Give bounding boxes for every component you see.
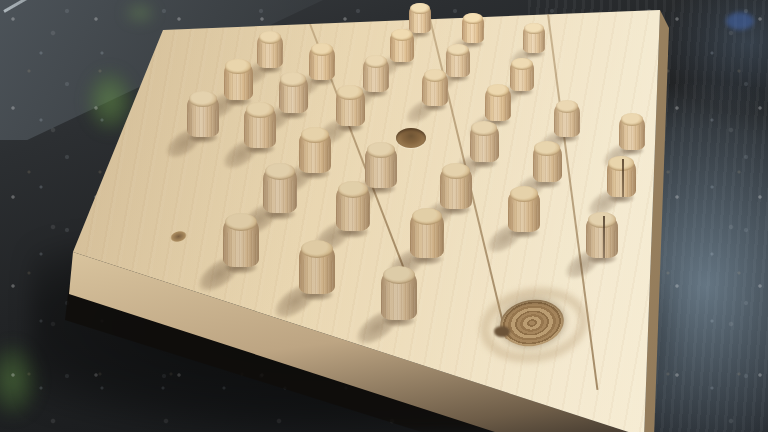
peg-r3c3[interactable]: [363, 56, 389, 92]
peg-flutes: [363, 65, 389, 92]
peg-flutes: [554, 110, 580, 137]
peg-r2c3[interactable]: [390, 29, 414, 62]
peg-top-face: [391, 29, 412, 41]
peg-top-face: [471, 121, 497, 136]
peg-flutes: [224, 70, 253, 100]
peg-flutes: [440, 176, 472, 209]
peg-crack: [622, 159, 624, 197]
peg-top-face: [280, 72, 306, 87]
peg-r1c4[interactable]: [462, 13, 484, 43]
peg-flutes: [470, 132, 499, 162]
peg-flutes: [187, 104, 219, 137]
peg-flutes: [446, 53, 470, 77]
peg-flutes: [279, 83, 308, 113]
peg-r6c3[interactable]: [263, 164, 297, 213]
peg-flutes: [462, 21, 484, 43]
peg-flutes: [508, 199, 540, 232]
peg-flutes: [309, 53, 335, 80]
peg-top-face: [447, 44, 468, 56]
peg-flutes: [336, 194, 370, 231]
peg-r6c5[interactable]: [410, 209, 444, 258]
peg-flutes: [365, 155, 397, 188]
wood-knot-blemish: [494, 326, 510, 337]
peg-flutes: [299, 254, 335, 294]
peg-r2c4[interactable]: [446, 44, 470, 77]
peg-r1c3[interactable]: [409, 3, 431, 33]
peg-r7c5[interactable]: [381, 267, 417, 320]
peg-flutes: [299, 140, 331, 173]
peg-flutes: [409, 11, 431, 33]
peg-top-face: [524, 23, 543, 34]
peg-r4c1[interactable]: [224, 60, 253, 100]
peg-r4c6[interactable]: [533, 142, 562, 182]
peg-r4c2[interactable]: [279, 73, 308, 113]
peg-r3c4[interactable]: [422, 70, 448, 106]
peg-r5c1[interactable]: [187, 92, 219, 137]
peg-flutes: [410, 221, 444, 258]
peg-top-face: [225, 59, 251, 74]
peg-crack: [603, 216, 605, 258]
peg-flutes: [390, 38, 414, 62]
peg-r5c4[interactable]: [365, 143, 397, 188]
peg-top-face: [337, 85, 363, 100]
peg-r3c6[interactable]: [554, 101, 580, 137]
peg-r7c4[interactable]: [299, 241, 335, 294]
peg-r5c7[interactable]: [586, 213, 618, 258]
peg-r4c3[interactable]: [336, 86, 365, 126]
peg-top-face: [511, 58, 532, 70]
peg-r5c6[interactable]: [508, 187, 540, 232]
peg-flutes: [485, 94, 511, 121]
peg-flutes: [422, 79, 448, 106]
peg-top-face: [410, 3, 429, 14]
peg-r3c2[interactable]: [309, 44, 335, 80]
peg-flutes: [381, 280, 417, 320]
peg-flutes: [263, 176, 297, 213]
peg-flutes: [533, 152, 562, 182]
peg-flutes: [244, 115, 276, 148]
peg-r4c7[interactable]: [607, 157, 636, 197]
peg-r7c3[interactable]: [223, 214, 259, 267]
peg-flutes: [257, 41, 283, 68]
peg-r5c3[interactable]: [299, 128, 331, 173]
peg-r5c5[interactable]: [440, 164, 472, 209]
photo-scene: [0, 0, 768, 432]
peg-r3c5[interactable]: [485, 85, 511, 121]
peg-top-face: [534, 141, 560, 156]
peg-flutes: [510, 67, 534, 91]
peg-flutes: [336, 96, 365, 126]
peg-r6c4[interactable]: [336, 182, 370, 231]
peg-r2c5[interactable]: [510, 58, 534, 91]
peg-r1c5[interactable]: [523, 23, 545, 53]
peg-r5c2[interactable]: [244, 103, 276, 148]
peg-r3c7[interactable]: [619, 114, 645, 150]
peg-r4c5[interactable]: [470, 122, 499, 162]
peg-top-face: [463, 13, 482, 24]
peg-flutes: [523, 31, 545, 53]
peg-flutes: [619, 123, 645, 150]
peg-flutes: [223, 227, 259, 267]
peg-r3c1[interactable]: [257, 32, 283, 68]
